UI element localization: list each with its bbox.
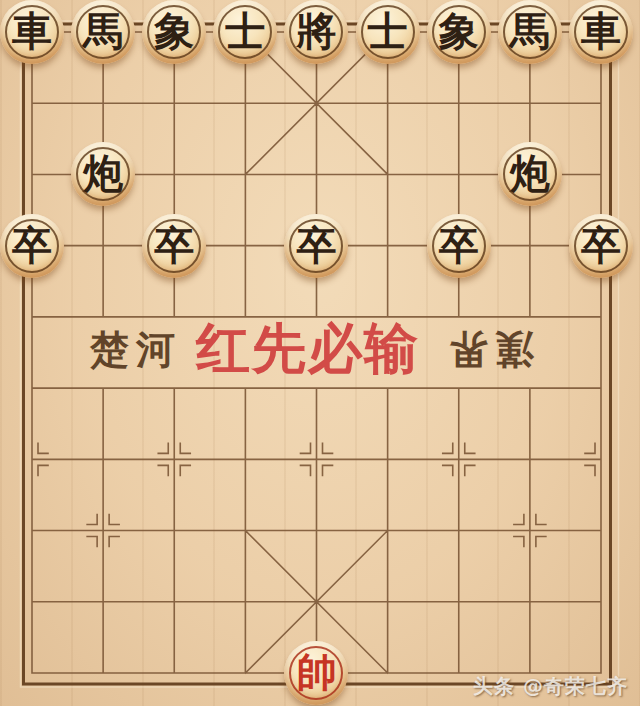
piece-glyph: 將 — [296, 11, 336, 51]
river-annotation: 红先必输 — [196, 322, 420, 376]
xiangqi-board: 車馬象士將士象馬車炮炮卒卒卒卒卒帥 楚河 红先必输 漢界 头条 @奇荣七齐 — [0, 0, 640, 706]
piece-glyph: 車 — [12, 11, 52, 51]
piece-black-elephant[interactable]: 象 — [427, 0, 491, 64]
piece-glyph: 馬 — [510, 11, 550, 51]
piece-glyph: 馬 — [83, 11, 123, 51]
piece-glyph: 帥 — [296, 652, 336, 692]
piece-black-cannon[interactable]: 炮 — [498, 142, 562, 206]
piece-glyph: 車 — [581, 11, 621, 51]
watermark: 头条 @奇荣七齐 — [473, 673, 628, 700]
piece-black-advisor[interactable]: 士 — [213, 0, 277, 64]
piece-black-general[interactable]: 將 — [284, 0, 348, 64]
piece-glyph: 卒 — [154, 225, 194, 265]
piece-glyph: 卒 — [439, 225, 479, 265]
piece-black-elephant[interactable]: 象 — [142, 0, 206, 64]
piece-glyph: 卒 — [581, 225, 621, 265]
piece-black-soldier[interactable]: 卒 — [0, 214, 64, 278]
piece-black-chariot[interactable]: 車 — [0, 0, 64, 64]
piece-glyph: 士 — [225, 11, 265, 51]
piece-black-horse[interactable]: 馬 — [498, 0, 562, 64]
piece-glyph: 士 — [368, 11, 408, 51]
piece-black-advisor[interactable]: 士 — [356, 0, 420, 64]
piece-glyph: 炮 — [83, 153, 123, 193]
piece-black-chariot[interactable]: 車 — [569, 0, 633, 64]
river-label-han-jie: 漢界 — [442, 330, 534, 369]
piece-red-general[interactable]: 帥 — [284, 641, 348, 705]
piece-glyph: 卒 — [12, 225, 52, 265]
piece-glyph: 象 — [154, 11, 194, 51]
piece-black-soldier[interactable]: 卒 — [142, 214, 206, 278]
piece-black-soldier[interactable]: 卒 — [569, 214, 633, 278]
piece-glyph: 象 — [439, 11, 479, 51]
piece-glyph: 卒 — [296, 225, 336, 265]
piece-glyph: 炮 — [510, 153, 550, 193]
river-label-chu-he: 楚河 — [90, 330, 182, 369]
piece-black-cannon[interactable]: 炮 — [71, 142, 135, 206]
piece-black-soldier[interactable]: 卒 — [427, 214, 491, 278]
piece-black-horse[interactable]: 馬 — [71, 0, 135, 64]
piece-black-soldier[interactable]: 卒 — [284, 214, 348, 278]
